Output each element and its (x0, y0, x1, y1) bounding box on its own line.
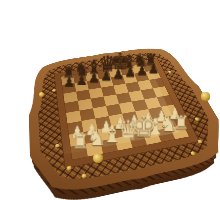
chess-board: ♜♞♝♛♚♝♞♜♟♟♟♟♟♟♟♟♟♟♟♟♟♟♟♟♜♞♝♛♚♝♞♜ (28, 41, 220, 200)
product-photo: ♜♞♝♛♚♝♞♜♟♟♟♟♟♟♟♟♟♟♟♟♟♟♟♟♜♞♝♛♚♝♞♜ (0, 0, 220, 200)
brass-foot-icon (93, 154, 103, 163)
brass-pin-icon (39, 92, 44, 97)
brass-latch-icon (201, 92, 210, 101)
